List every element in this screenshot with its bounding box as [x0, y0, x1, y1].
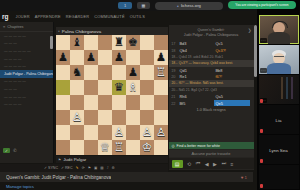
sidebar-toggle-icon[interactable]: ✓ — [3, 148, 10, 153]
tab-title-label: lichess.org — [181, 3, 201, 8]
sidebar-scrollbar[interactable] — [50, 36, 53, 49]
square-e8[interactable]: ♜ — [112, 35, 126, 50]
playback-controls: ▤⟲⏮◀▶⏭≡ — [169, 158, 254, 169]
bookshelf-strip — [286, 77, 289, 99]
square-e6[interactable] — [112, 65, 126, 80]
square-e2[interactable]: ♙ — [112, 125, 126, 140]
sidebar-header-label: Chapitres — [7, 25, 23, 29]
page-scrollbar[interactable] — [254, 25, 257, 77]
chapter-item[interactable]: — — — — — — [0, 32, 53, 40]
white-player-name: Judit Polgar — [63, 157, 86, 162]
flag-icon: ⚑ — [58, 158, 61, 162]
nav-item-jouer[interactable]: JOUER — [16, 14, 30, 19]
square-f2[interactable] — [126, 125, 140, 140]
square-f5[interactable]: ♗ — [126, 80, 140, 95]
opening-header: Queen's Gambit: Judit Polgar - Palina Ch… — [169, 25, 254, 41]
video-tile-lia[interactable]: Lia — [259, 105, 299, 134]
square-f8[interactable]: ♚ — [126, 35, 140, 50]
square-c1[interactable] — [84, 140, 98, 155]
chapter-item[interactable]: — — — — [0, 85, 53, 93]
site-navbar: rg JOUERAPPRENDREREGARDERCOMMUNAUTÉOUTIL… — [0, 11, 258, 22]
video-tile-2[interactable]: · · · — [259, 75, 299, 104]
headphones-icon — [272, 21, 288, 28]
white-piece-b-f5[interactable]: ♗ — [126, 80, 140, 95]
study-toolbar-item-5[interactable]: ▣ — [94, 166, 97, 170]
square-d3[interactable] — [98, 110, 112, 125]
square-e3[interactable] — [112, 110, 126, 125]
likes-count: 1 — [245, 175, 247, 180]
practice-text: Find a better move for white — [177, 144, 220, 148]
square-b7[interactable] — [70, 50, 84, 65]
black-piece-r-e8[interactable]: ♜ — [112, 35, 126, 50]
white-piece-r-e1[interactable]: ♖ — [112, 140, 126, 155]
explorer-button[interactable]: ▤ — [172, 160, 183, 168]
square-g2[interactable]: ♙ — [140, 125, 154, 140]
square-a3[interactable] — [56, 110, 70, 125]
player-dot-icon: ● — [58, 29, 60, 33]
muted-mic-icon — [260, 184, 263, 188]
square-f3[interactable] — [126, 110, 140, 125]
video-tile-1[interactable]: · · · — [259, 45, 299, 74]
study-toolbar: ✓ SYNC✓ REC✎⟳⚑▣▤⤴⚙ — [0, 164, 168, 172]
move-row: 18Qb4Qc3?! — [169, 47, 254, 53]
study-toolbar-item-2[interactable]: ✎ — [76, 166, 79, 170]
square-h8[interactable] — [154, 35, 168, 50]
square-c7[interactable]: ♟ — [84, 50, 98, 65]
square-g7[interactable] — [140, 50, 154, 65]
square-h4[interactable] — [154, 95, 168, 110]
study-toolbar-item-0[interactable]: ✓ SYNC — [44, 166, 58, 170]
chapter-list: — — — — —— — —— — — — — —— — — —— — — — … — [0, 32, 53, 108]
white-piece-p-b3[interactable]: ♙ — [70, 110, 84, 125]
chess-board: ♝♜♚♟♟♟♟♞♟♖♛♗♙♙♙♙♕♖♔ — [56, 35, 168, 155]
phone-icon[interactable]: ✆ — [13, 148, 17, 153]
square-f4[interactable] — [126, 95, 140, 110]
square-g1[interactable]: ♔ — [140, 140, 154, 155]
square-g8[interactable] — [140, 35, 154, 50]
square-a4[interactable] — [56, 95, 70, 110]
black-player-name: Palina Chibirganova — [62, 29, 101, 34]
white-move[interactable]: Qb4 — [178, 47, 214, 53]
book-icon[interactable]: ❯ — [248, 28, 252, 35]
black-piece-n-b6[interactable]: ♞ — [70, 65, 84, 80]
square-g6[interactable] — [140, 65, 154, 80]
black-piece-p-h7[interactable]: ♟ — [154, 50, 168, 65]
result-row: 1-0 Black resigns — [169, 106, 254, 113]
square-c4[interactable] — [84, 95, 98, 110]
white-piece-p-g2[interactable]: ♙ — [140, 125, 154, 140]
square-a5[interactable] — [56, 80, 70, 95]
square-h7[interactable]: ♟ — [154, 50, 168, 65]
black-piece-p-c7[interactable]: ♟ — [84, 50, 98, 65]
study-title-bar: Queen's Gambit: Judit Polgar - Palina Ch… — [0, 172, 253, 182]
video-call-panel: · · ·· · ·· · ·LiaLynn Sea — [257, 0, 300, 190]
next-button[interactable]: ▶ — [213, 161, 217, 167]
practice-bar: ◎ Find a better move for white — [169, 142, 254, 149]
square-h3[interactable] — [154, 110, 168, 125]
heart-icon: ♥ — [241, 175, 244, 180]
muted-mic-icon — [260, 129, 263, 133]
square-d8[interactable] — [98, 35, 112, 50]
square-c2[interactable] — [84, 125, 98, 140]
chapter-item[interactable]: — — — — — — [0, 78, 53, 86]
square-c8[interactable] — [84, 35, 98, 50]
square-b8[interactable]: ♝ — [70, 35, 84, 50]
move-number: 21 — [169, 94, 178, 99]
move-number: 20 — [169, 74, 178, 79]
white-piece-r-h6[interactable]: ♖ — [154, 65, 168, 80]
opening-line2: Judit Polgar - Palina Chibirganova — [171, 33, 252, 38]
square-f6[interactable]: ♟ — [126, 65, 140, 80]
browser-topbar: 1 ▦ ● lichess.org — [0, 0, 258, 11]
bookshelf-strip — [291, 77, 294, 99]
square-b6[interactable]: ♞ — [70, 65, 84, 80]
likes-badge[interactable]: ♥ 1 — [241, 175, 247, 180]
move-number: 22 — [169, 101, 178, 106]
square-e4[interactable] — [112, 95, 126, 110]
square-h6[interactable]: ♖ — [154, 65, 168, 80]
muted-mic-icon — [260, 99, 263, 103]
participant-body — [267, 63, 291, 74]
chapter-item[interactable]: — — — — — — [0, 93, 53, 101]
browser-tab-title[interactable]: ● lichess.org — [155, 2, 223, 10]
square-f1[interactable] — [126, 140, 140, 155]
square-c6[interactable] — [84, 65, 98, 80]
square-f7[interactable] — [126, 50, 140, 65]
square-h2[interactable]: ♙ — [154, 125, 168, 140]
square-a7[interactable]: ♟ — [56, 50, 70, 65]
video-tile-lynn-sea[interactable]: Lynn Sea — [259, 135, 299, 164]
square-g3[interactable] — [140, 110, 154, 125]
black-move[interactable]: f6?! — [214, 74, 250, 80]
sidebar-bottom-controls: ✓ ✆ — [3, 148, 17, 153]
participant-body — [268, 32, 290, 44]
browser-tab-chip-1[interactable]: 1 — [118, 2, 132, 9]
chapter-item[interactable]: — — — — — [0, 100, 53, 108]
chapter-item[interactable]: — — — — — — [0, 62, 53, 70]
site-logo[interactable]: rg — [2, 13, 9, 20]
muted-mic-icon — [260, 159, 263, 163]
white-move[interactable]: Re1 — [178, 74, 214, 80]
menu-button[interactable]: ≡ — [230, 161, 233, 167]
black-piece-b-b8[interactable]: ♝ — [70, 35, 84, 50]
square-c3[interactable] — [84, 110, 98, 125]
square-e7[interactable]: ♟ — [112, 50, 126, 65]
flip-button[interactable]: ⟲ — [187, 161, 191, 167]
square-d5[interactable] — [98, 80, 112, 95]
black-piece-p-f6[interactable]: ♟ — [126, 65, 140, 80]
first-button[interactable]: ⏮ — [196, 160, 201, 167]
manage-topics-link[interactable]: Manage topics — [6, 184, 34, 189]
white-piece-k-g1[interactable]: ♔ — [140, 140, 154, 155]
last-button[interactable]: ⏭ — [221, 160, 226, 167]
chapter-item[interactable]: — — — — — — — [0, 47, 53, 55]
target-icon: ◎ — [172, 144, 175, 148]
white-piece-p-e2[interactable]: ♙ — [112, 125, 126, 140]
nav-item-communauté[interactable]: COMMUNAUTÉ — [94, 14, 124, 19]
study-title-text: Queen's Gambit: Judit Polgar - Palina Ch… — [6, 175, 111, 180]
move-row: 20Re1f6?! — [169, 74, 254, 80]
black-player-bar: ● Palina Chibirganova — [56, 27, 168, 35]
participant-name: Lia — [259, 117, 299, 122]
chapters-sidebar: ≡ Chapitres — — — — —— — —— — — — — —— —… — [0, 22, 54, 163]
video-tile-0[interactable]: · · · — [259, 15, 299, 44]
study-toolbar-item-7[interactable]: ⤴ — [107, 166, 109, 170]
move-number: 19 — [169, 68, 178, 73]
chapter-item[interactable]: — — — — — [0, 55, 53, 63]
study-toolbar-item-8[interactable]: ⚙ — [111, 166, 114, 170]
square-d4[interactable] — [98, 95, 112, 110]
participant-name-chip: · · · — [260, 68, 267, 73]
white-piece-p-h2[interactable]: ♙ — [154, 125, 168, 140]
square-d6[interactable] — [98, 65, 112, 80]
black-move-current[interactable]: Qe5 — [214, 100, 250, 106]
participant-name: Lynn Sea — [259, 147, 299, 152]
square-b2[interactable] — [70, 125, 84, 140]
video-tile-5[interactable] — [259, 165, 299, 189]
annotation-section: 18... Qc3?! — Inaccuracy. Qxb4 was best. — [169, 60, 254, 67]
square-g5[interactable] — [140, 80, 154, 95]
browser-tab-chip-2[interactable]: ▦ — [137, 2, 150, 9]
square-b4[interactable] — [70, 95, 84, 110]
participant-name-chip: · · · — [260, 38, 267, 43]
square-g4[interactable] — [140, 95, 154, 110]
study-toolbar-item-3[interactable]: ⟳ — [82, 166, 85, 170]
nav-item-regarder[interactable]: REGARDER — [66, 14, 90, 19]
square-c5[interactable] — [84, 80, 98, 95]
prev-button[interactable]: ◀ — [205, 161, 209, 167]
black-piece-p-a7[interactable]: ♟ — [56, 50, 70, 65]
square-h1[interactable] — [154, 140, 168, 155]
hamburger-icon: ≡ — [3, 25, 5, 29]
white-player-bar: ⚑ Judit Polgar — [56, 156, 168, 163]
screenshare-banner: You are viewing a participant's screen — [228, 1, 296, 9]
white-move[interactable]: Bf5 — [178, 100, 214, 106]
study-toolbar-item-6[interactable]: ▤ — [100, 166, 103, 170]
study-toolbar-item-1[interactable]: ✓ REC — [61, 166, 73, 170]
square-d7[interactable] — [98, 50, 112, 65]
move-number: 17 — [169, 41, 178, 46]
sidebar-header: ≡ Chapitres — [0, 22, 53, 32]
square-b3[interactable]: ♙ — [70, 110, 84, 125]
square-d2[interactable] — [98, 125, 112, 140]
square-a8[interactable] — [56, 35, 70, 50]
annotation-section: 20... f6?! — Mistake. Nd5 was best. — [169, 80, 254, 87]
move-row: 22Bf5Qe5 — [169, 100, 254, 106]
square-a1[interactable] — [56, 140, 70, 155]
chapter-item[interactable]: — — — — [0, 40, 53, 48]
nav-item-outils[interactable]: OUTILS — [130, 14, 145, 19]
tab-favicon-icon: ● — [177, 4, 179, 8]
nav-menu: JOUERAPPRENDREREGARDERCOMMUNAUTÉOUTILS — [16, 14, 150, 19]
move-rows: 17Bd3Qc518Qb4Qc3?!18... Qxb4 19. axb4 Bx… — [169, 41, 254, 113]
black-piece-p-e7[interactable]: ♟ — [112, 50, 126, 65]
square-a2[interactable] — [56, 125, 70, 140]
square-d1[interactable]: ♕ — [98, 140, 112, 155]
study-toolbar-item-4[interactable]: ⚑ — [88, 166, 91, 170]
nav-item-apprendre[interactable]: APPRENDRE — [35, 14, 61, 19]
bookshelf-strip — [281, 77, 284, 99]
zoom-screenshare-page: 1 ▦ ● lichess.org You are viewing a part… — [0, 0, 300, 190]
no-game-found: Aucune partie trouvée — [169, 150, 254, 157]
square-b5[interactable] — [70, 80, 84, 95]
square-a6[interactable] — [56, 65, 70, 80]
square-e1[interactable]: ♖ — [112, 140, 126, 155]
square-h5[interactable] — [154, 80, 168, 95]
square-e5[interactable]: ♛ — [112, 80, 126, 95]
black-piece-k-f8[interactable]: ♚ — [126, 35, 140, 50]
chapter-item-active[interactable]: Judit Polgar - Palina Chibirganova — [0, 70, 53, 78]
black-move[interactable]: Qc3?! — [214, 47, 250, 53]
white-piece-q-d1[interactable]: ♕ — [98, 140, 112, 155]
glasses-icon — [274, 56, 284, 60]
black-piece-q-e5[interactable]: ♛ — [112, 80, 126, 95]
square-b1[interactable] — [70, 140, 84, 155]
move-number: 18 — [169, 48, 178, 53]
